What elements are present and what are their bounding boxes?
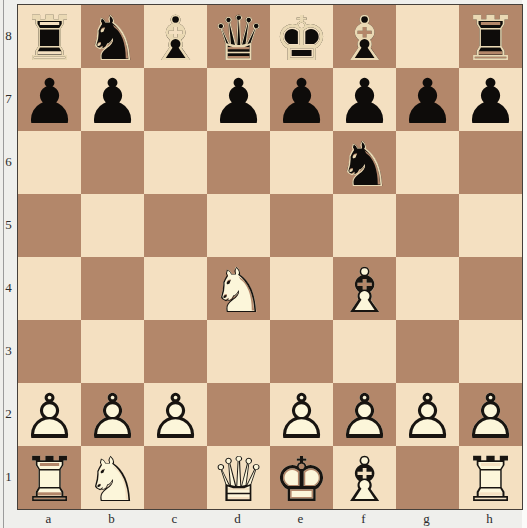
black-pawn-glyph: ♟ bbox=[81, 70, 144, 133]
square-d6[interactable] bbox=[207, 131, 270, 194]
square-e6[interactable] bbox=[270, 131, 333, 194]
square-g6[interactable] bbox=[396, 131, 459, 194]
square-f6[interactable]: ♞♘ bbox=[333, 131, 396, 194]
square-f3[interactable] bbox=[333, 320, 396, 383]
white-bishop[interactable]: ♝♗ bbox=[333, 446, 396, 509]
white-king-outline: ♔ bbox=[270, 448, 333, 511]
square-c7[interactable] bbox=[144, 68, 207, 131]
square-g3[interactable] bbox=[396, 320, 459, 383]
black-knight[interactable]: ♞♘ bbox=[333, 131, 396, 194]
white-knight[interactable]: ♞♘ bbox=[81, 446, 144, 509]
white-pawn[interactable]: ♟♙ bbox=[459, 383, 522, 446]
white-queen[interactable]: ♛♕ bbox=[207, 446, 270, 509]
file-label-e: e bbox=[291, 512, 311, 525]
white-pawn-outline: ♙ bbox=[396, 385, 459, 448]
white-knight-outline: ♘ bbox=[81, 448, 144, 511]
black-pawn-glyph: ♟ bbox=[270, 70, 333, 133]
black-pawn-glyph: ♟ bbox=[333, 70, 396, 133]
black-pawn-glyph: ♟ bbox=[396, 70, 459, 133]
chess-board: ♜♖♞♘♝♗♛♕♚♔♝♗♜♖♟♟♟♟♟♟♟♞♘♞♘♝♗♟♙♟♙♟♙♟♙♟♙♟♙♟… bbox=[17, 4, 523, 510]
white-pawn-outline: ♙ bbox=[459, 385, 522, 448]
black-pawn[interactable]: ♟ bbox=[333, 68, 396, 131]
white-pawn-outline: ♙ bbox=[18, 385, 81, 448]
rank-label-8: 8 bbox=[2, 29, 15, 42]
white-queen-outline: ♕ bbox=[207, 448, 270, 511]
square-g7[interactable]: ♟ bbox=[396, 68, 459, 131]
rank-label-3: 3 bbox=[2, 344, 15, 357]
square-d1[interactable]: ♛♕ bbox=[207, 446, 270, 509]
white-pawn-outline: ♙ bbox=[270, 385, 333, 448]
white-knight[interactable]: ♞♘ bbox=[207, 257, 270, 320]
square-b6[interactable] bbox=[81, 131, 144, 194]
black-pawn-glyph: ♟ bbox=[459, 70, 522, 133]
square-b4[interactable] bbox=[81, 257, 144, 320]
white-bishop-outline: ♗ bbox=[333, 448, 396, 511]
chess-app-window: ♜♖♞♘♝♗♛♕♚♔♝♗♜♖♟♟♟♟♟♟♟♞♘♞♘♝♗♟♙♟♙♟♙♟♙♟♙♟♙♟… bbox=[0, 0, 527, 528]
window-left-edge bbox=[3, 0, 4, 528]
black-pawn[interactable]: ♟ bbox=[459, 68, 522, 131]
black-pawn-glyph: ♟ bbox=[207, 70, 270, 133]
rank-label-6: 6 bbox=[2, 155, 15, 168]
square-b8[interactable]: ♞♘ bbox=[81, 5, 144, 68]
square-b5[interactable] bbox=[81, 194, 144, 257]
square-g1[interactable] bbox=[396, 446, 459, 509]
square-c5[interactable] bbox=[144, 194, 207, 257]
white-rook-outline: ♖ bbox=[18, 448, 81, 511]
black-pawn[interactable]: ♟ bbox=[207, 68, 270, 131]
square-a8[interactable]: ♜♖ bbox=[18, 5, 81, 68]
file-label-d: d bbox=[228, 512, 248, 525]
black-queen-outline: ♕ bbox=[207, 7, 270, 70]
square-a7[interactable]: ♟ bbox=[18, 68, 81, 131]
white-king[interactable]: ♚♔ bbox=[270, 446, 333, 509]
black-rook[interactable]: ♜♖ bbox=[459, 5, 522, 68]
white-rook[interactable]: ♜♖ bbox=[18, 446, 81, 509]
square-c4[interactable] bbox=[144, 257, 207, 320]
square-b1[interactable]: ♞♘ bbox=[81, 446, 144, 509]
black-pawn[interactable]: ♟ bbox=[270, 68, 333, 131]
square-b7[interactable]: ♟ bbox=[81, 68, 144, 131]
square-d2[interactable] bbox=[207, 383, 270, 446]
square-h7[interactable]: ♟ bbox=[459, 68, 522, 131]
white-pawn[interactable]: ♟♙ bbox=[144, 383, 207, 446]
square-f4[interactable]: ♝♗ bbox=[333, 257, 396, 320]
file-label-c: c bbox=[165, 512, 185, 525]
black-knight-outline: ♘ bbox=[81, 7, 144, 70]
square-e7[interactable]: ♟ bbox=[270, 68, 333, 131]
square-c3[interactable] bbox=[144, 320, 207, 383]
white-pawn[interactable]: ♟♙ bbox=[396, 383, 459, 446]
white-pawn[interactable]: ♟♙ bbox=[333, 383, 396, 446]
square-c8[interactable]: ♝♗ bbox=[144, 5, 207, 68]
black-pawn[interactable]: ♟ bbox=[396, 68, 459, 131]
white-bishop-outline: ♗ bbox=[333, 259, 396, 322]
square-g8[interactable] bbox=[396, 5, 459, 68]
square-e8[interactable]: ♚♔ bbox=[270, 5, 333, 68]
file-label-b: b bbox=[102, 512, 122, 525]
black-knight[interactable]: ♞♘ bbox=[81, 5, 144, 68]
square-e3[interactable] bbox=[270, 320, 333, 383]
square-a4[interactable] bbox=[18, 257, 81, 320]
square-a5[interactable] bbox=[18, 194, 81, 257]
rank-label-7: 7 bbox=[2, 92, 15, 105]
rank-label-1: 1 bbox=[2, 470, 15, 483]
square-b2[interactable]: ♟♙ bbox=[81, 383, 144, 446]
square-d7[interactable]: ♟ bbox=[207, 68, 270, 131]
square-f5[interactable] bbox=[333, 194, 396, 257]
square-g5[interactable] bbox=[396, 194, 459, 257]
black-pawn-glyph: ♟ bbox=[18, 70, 81, 133]
white-pawn[interactable]: ♟♙ bbox=[270, 383, 333, 446]
rank-label-4: 4 bbox=[2, 281, 15, 294]
square-h2[interactable]: ♟♙ bbox=[459, 383, 522, 446]
square-c6[interactable] bbox=[144, 131, 207, 194]
white-pawn[interactable]: ♟♙ bbox=[81, 383, 144, 446]
black-bishop[interactable]: ♝♗ bbox=[333, 5, 396, 68]
white-bishop[interactable]: ♝♗ bbox=[333, 257, 396, 320]
square-h3[interactable] bbox=[459, 320, 522, 383]
square-h6[interactable] bbox=[459, 131, 522, 194]
square-e2[interactable]: ♟♙ bbox=[270, 383, 333, 446]
white-pawn-outline: ♙ bbox=[144, 385, 207, 448]
black-rook-outline: ♖ bbox=[459, 7, 522, 70]
black-bishop[interactable]: ♝♗ bbox=[144, 5, 207, 68]
file-label-g: g bbox=[417, 512, 437, 525]
white-rook[interactable]: ♜♖ bbox=[459, 446, 522, 509]
white-pawn-outline: ♙ bbox=[333, 385, 396, 448]
square-b3[interactable] bbox=[81, 320, 144, 383]
square-c1[interactable] bbox=[144, 446, 207, 509]
square-h5[interactable] bbox=[459, 194, 522, 257]
black-pawn[interactable]: ♟ bbox=[81, 68, 144, 131]
black-king[interactable]: ♚♔ bbox=[270, 5, 333, 68]
square-h1[interactable]: ♜♖ bbox=[459, 446, 522, 509]
black-queen[interactable]: ♛♕ bbox=[207, 5, 270, 68]
square-e1[interactable]: ♚♔ bbox=[270, 446, 333, 509]
square-a3[interactable] bbox=[18, 320, 81, 383]
black-pawn[interactable]: ♟ bbox=[18, 68, 81, 131]
square-g4[interactable] bbox=[396, 257, 459, 320]
black-king-outline: ♔ bbox=[270, 7, 333, 70]
file-label-h: h bbox=[480, 512, 500, 525]
square-a1[interactable]: ♜♖ bbox=[18, 446, 81, 509]
square-a6[interactable] bbox=[18, 131, 81, 194]
white-rook-outline: ♖ bbox=[459, 448, 522, 511]
square-f1[interactable]: ♝♗ bbox=[333, 446, 396, 509]
square-h8[interactable]: ♜♖ bbox=[459, 5, 522, 68]
file-label-a: a bbox=[39, 512, 59, 525]
black-knight-outline: ♘ bbox=[333, 133, 396, 196]
square-d4[interactable]: ♞♘ bbox=[207, 257, 270, 320]
black-rook[interactable]: ♜♖ bbox=[18, 5, 81, 68]
black-bishop-outline: ♗ bbox=[333, 7, 396, 70]
white-pawn[interactable]: ♟♙ bbox=[18, 383, 81, 446]
black-bishop-outline: ♗ bbox=[144, 7, 207, 70]
white-knight-outline: ♘ bbox=[207, 259, 270, 322]
white-pawn-outline: ♙ bbox=[81, 385, 144, 448]
square-f8[interactable]: ♝♗ bbox=[333, 5, 396, 68]
square-d8[interactable]: ♛♕ bbox=[207, 5, 270, 68]
rank-label-5: 5 bbox=[2, 218, 15, 231]
square-g2[interactable]: ♟♙ bbox=[396, 383, 459, 446]
square-f2[interactable]: ♟♙ bbox=[333, 383, 396, 446]
square-e5[interactable] bbox=[270, 194, 333, 257]
square-d3[interactable] bbox=[207, 320, 270, 383]
square-f7[interactable]: ♟ bbox=[333, 68, 396, 131]
square-e4[interactable] bbox=[270, 257, 333, 320]
file-label-f: f bbox=[354, 512, 374, 525]
square-h4[interactable] bbox=[459, 257, 522, 320]
square-d5[interactable] bbox=[207, 194, 270, 257]
square-a2[interactable]: ♟♙ bbox=[18, 383, 81, 446]
black-rook-outline: ♖ bbox=[18, 7, 81, 70]
square-c2[interactable]: ♟♙ bbox=[144, 383, 207, 446]
rank-label-2: 2 bbox=[2, 407, 15, 420]
